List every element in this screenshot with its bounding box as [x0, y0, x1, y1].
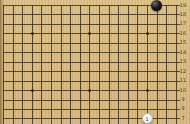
row-label: 15 — [177, 40, 189, 45]
move-number-label: 1 — [145, 116, 148, 121]
row-label: 17 — [177, 21, 189, 26]
row-label: 7 — [177, 116, 189, 121]
row-label: 16 — [177, 31, 189, 36]
board-grid — [3, 5, 180, 124]
row-label: 11 — [177, 78, 189, 83]
board-left-edge-shadow — [0, 0, 4, 124]
row-label: 13 — [177, 59, 189, 64]
row-label: 9 — [177, 97, 189, 102]
white-stone[interactable]: 1 — [142, 113, 153, 124]
row-label: 18 — [177, 12, 189, 17]
row-label: 8 — [177, 106, 189, 111]
row-label: 12 — [177, 69, 189, 74]
go-app-screen: 1 19181716151413121110987 — [0, 0, 190, 124]
row-label: 10 — [177, 88, 189, 93]
black-stone[interactable] — [151, 0, 162, 11]
row-label: 14 — [177, 50, 189, 55]
go-board[interactable]: 1 19181716151413121110987 — [0, 0, 190, 124]
star-point — [31, 89, 34, 92]
row-label: 19 — [177, 3, 189, 8]
